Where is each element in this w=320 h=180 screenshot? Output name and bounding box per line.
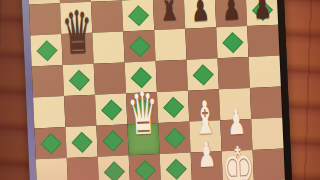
square-a2[interactable] [36, 158, 68, 180]
square-g7[interactable]: ♟ [215, 0, 247, 27]
square-b3[interactable] [65, 126, 97, 158]
black-bishop-e7[interactable]: ♝ [156, 0, 182, 28]
square-e7[interactable]: ♝ [153, 0, 185, 30]
square-f5[interactable] [187, 58, 219, 90]
square-a7[interactable] [29, 3, 61, 35]
white-pawn-f2[interactable]: ♟ [196, 137, 216, 172]
square-h4[interactable] [250, 87, 282, 119]
move-marker-e3[interactable] [164, 127, 185, 148]
square-f2[interactable]: ♟ [191, 151, 223, 180]
move-marker-c2[interactable] [103, 161, 124, 180]
square-a6[interactable] [30, 34, 62, 66]
square-b6[interactable]: ♛ [61, 33, 93, 65]
move-marker-g6[interactable] [222, 32, 243, 53]
square-h3[interactable] [251, 118, 283, 150]
square-c4[interactable] [95, 93, 127, 125]
move-marker-c4[interactable] [101, 99, 122, 120]
square-a5[interactable] [32, 65, 64, 97]
square-f7[interactable]: ♟ [184, 0, 216, 29]
photo-of-phone-chess-app: ♜♚♝♟♟♟♛♛♝♟♟♚ [0, 0, 320, 180]
square-a4[interactable] [33, 96, 65, 128]
square-c7[interactable] [91, 0, 123, 32]
square-a3[interactable] [34, 127, 66, 159]
phone-screen: ♜♚♝♟♟♟♛♛♝♟♟♚ [20, 0, 293, 180]
square-c2[interactable] [98, 155, 130, 180]
square-c5[interactable] [94, 62, 126, 94]
black-pawn-g7[interactable]: ♟ [221, 0, 241, 25]
square-f6[interactable] [185, 27, 217, 59]
move-marker-a6[interactable] [36, 40, 57, 61]
black-pawn-f7[interactable]: ♟ [190, 0, 210, 26]
move-marker-b3[interactable] [71, 131, 92, 152]
chess-board[interactable]: ♜♚♝♟♟♟♛♛♝♟♟♚ [28, 0, 287, 180]
square-d2[interactable] [129, 154, 161, 180]
move-marker-d2[interactable] [134, 160, 155, 180]
white-king-g1[interactable]: ♚ [220, 138, 256, 180]
square-e4[interactable] [157, 91, 189, 123]
move-marker-a3[interactable] [40, 133, 61, 154]
square-b2[interactable] [67, 157, 99, 180]
square-c3[interactable] [96, 124, 128, 156]
square-g5[interactable] [218, 57, 250, 89]
square-b4[interactable] [64, 95, 96, 127]
square-d3[interactable]: ♛ [127, 123, 159, 155]
square-h2[interactable] [253, 149, 285, 180]
square-e5[interactable] [156, 60, 188, 92]
move-marker-b5[interactable] [68, 69, 89, 90]
square-c6[interactable] [92, 31, 124, 63]
black-pawn-h7[interactable]: ♟ [252, 0, 272, 24]
square-d7[interactable] [122, 0, 154, 31]
black-queen-b6[interactable]: ♛ [60, 3, 94, 63]
square-h6[interactable] [247, 25, 279, 57]
square-h7[interactable]: ♟ [246, 0, 278, 26]
square-g6[interactable] [216, 26, 248, 58]
square-e3[interactable] [158, 122, 190, 154]
move-marker-c3[interactable] [102, 130, 123, 151]
square-e6[interactable] [154, 29, 186, 61]
move-marker-f5[interactable] [192, 64, 213, 85]
square-e2[interactable] [160, 153, 192, 180]
square-d6[interactable] [123, 30, 155, 62]
square-h5[interactable] [249, 56, 281, 88]
white-queen-d3[interactable]: ♛ [126, 85, 160, 145]
move-marker-d6[interactable] [129, 36, 150, 57]
move-marker-d7[interactable] [127, 5, 148, 26]
move-marker-e2[interactable] [165, 158, 186, 179]
move-marker-e4[interactable] [163, 96, 184, 117]
square-b5[interactable] [63, 64, 95, 96]
